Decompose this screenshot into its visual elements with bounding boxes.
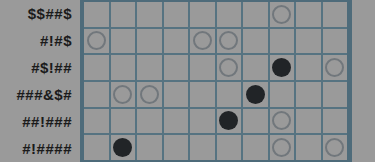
row-label: ###&$# [0,81,76,108]
open-circle-mark [272,111,291,130]
grid-cell-r3c4[interactable] [164,55,189,80]
grid-cell-r6c1[interactable] [84,135,109,160]
open-circle-mark [219,31,238,50]
grid-cell-r3c8[interactable] [270,55,295,80]
grid-cell-r2c10[interactable] [323,29,348,54]
grid-cell-r2c9[interactable] [296,29,321,54]
open-circle-mark [325,138,344,157]
open-circle-mark [193,31,212,50]
row-label: $$##$ [0,0,76,27]
grid-cell-r6c5[interactable] [190,135,215,160]
grid-cell-r5c9[interactable] [296,109,321,134]
grid-cell-r1c7[interactable] [243,2,268,27]
grid-cell-r1c10[interactable] [323,2,348,27]
grid-cell-r3c6[interactable] [217,55,242,80]
grid-cell-r1c4[interactable] [164,2,189,27]
grid-cell-r5c8[interactable] [270,109,295,134]
grid-cell-r3c10[interactable] [323,55,348,80]
grid-cell-r4c3[interactable] [137,82,162,107]
row-label: #!#### [0,135,76,162]
row-label: #$!## [0,54,76,81]
open-circle-mark [272,138,291,157]
grid-cell-r5c1[interactable] [84,109,109,134]
grid-cell-r1c8[interactable] [270,2,295,27]
grid-cell-r2c5[interactable] [190,29,215,54]
grid-cell-r4c9[interactable] [296,82,321,107]
filled-circle-mark [219,111,238,130]
open-circle-mark [113,85,132,104]
grid-cell-r4c7[interactable] [243,82,268,107]
grid-cell-r2c8[interactable] [270,29,295,54]
grid-cell-r3c9[interactable] [296,55,321,80]
grid-cell-r5c2[interactable] [111,109,136,134]
open-circle-mark [325,58,344,77]
open-circle-mark [87,31,106,50]
grid-cell-r6c4[interactable] [164,135,189,160]
grid-cell-r2c1[interactable] [84,29,109,54]
grid-cell-r5c4[interactable] [164,109,189,134]
grid-cell-r3c1[interactable] [84,55,109,80]
grid-cell-r2c7[interactable] [243,29,268,54]
grid-cell-r5c5[interactable] [190,109,215,134]
grid-cell-r3c5[interactable] [190,55,215,80]
grid-cell-r6c10[interactable] [323,135,348,160]
row-label: #!#$ [0,27,76,54]
grid-cell-r2c6[interactable] [217,29,242,54]
grid-cell-r4c10[interactable] [323,82,348,107]
grid-cell-r6c6[interactable] [217,135,242,160]
grid-cell-r6c9[interactable] [296,135,321,160]
grid-cell-r5c7[interactable] [243,109,268,134]
puzzle-area: $$##$#!#$#$!#####&$###!####!#### [0,0,375,162]
grid-cell-r6c2[interactable] [111,135,136,160]
filled-circle-mark [113,138,132,157]
grid-cell-r5c3[interactable] [137,109,162,134]
open-circle-mark [140,85,159,104]
grid-cell-r1c6[interactable] [217,2,242,27]
grid-cell-r5c6[interactable] [217,109,242,134]
grid-cell-r4c1[interactable] [84,82,109,107]
grid-cell-r6c8[interactable] [270,135,295,160]
grid-cell-r5c10[interactable] [323,109,348,134]
grid-cell-r2c4[interactable] [164,29,189,54]
filled-circle-mark [246,85,265,104]
grid-cell-r4c5[interactable] [190,82,215,107]
grid-cell-r6c3[interactable] [137,135,162,160]
row-label: ##!### [0,108,76,135]
grid-cell-r1c9[interactable] [296,2,321,27]
grid-cell-r4c8[interactable] [270,82,295,107]
row-labels-column: $$##$#!#$#$!#####&$###!####!#### [0,0,76,162]
grid-cell-r4c6[interactable] [217,82,242,107]
grid-cell-r6c7[interactable] [243,135,268,160]
grid-cell-r3c7[interactable] [243,55,268,80]
grid-cell-r1c2[interactable] [111,2,136,27]
grid-cell-r1c5[interactable] [190,2,215,27]
open-circle-mark [272,5,291,24]
puzzle-board [80,0,352,162]
grid-cell-r4c4[interactable] [164,82,189,107]
grid-cell-r4c2[interactable] [111,82,136,107]
filled-circle-mark [272,58,291,77]
grid-cell-r3c3[interactable] [137,55,162,80]
grid-cell-r2c3[interactable] [137,29,162,54]
grid-cell-r1c1[interactable] [84,2,109,27]
open-circle-mark [219,58,238,77]
grid-cell-r2c2[interactable] [111,29,136,54]
grid-cell-r3c2[interactable] [111,55,136,80]
grid-cell-r1c3[interactable] [137,2,162,27]
